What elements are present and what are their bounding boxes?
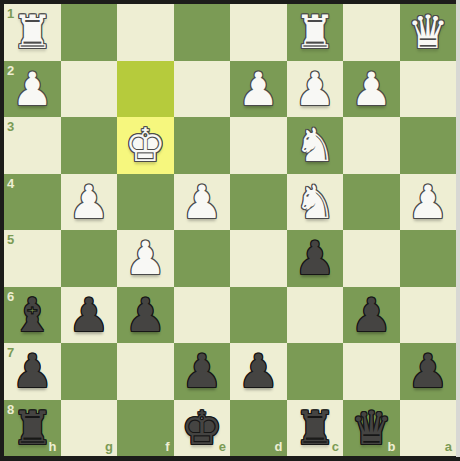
square-g4[interactable]: ♟ <box>61 174 118 231</box>
square-f6[interactable]: ♟ <box>117 287 174 344</box>
file-label-a: a <box>445 440 452 453</box>
square-f4[interactable] <box>117 174 174 231</box>
black-pawn-b6[interactable]: ♟ <box>351 287 392 343</box>
right-edge-strip <box>456 0 460 457</box>
square-b7[interactable] <box>343 343 400 400</box>
square-h5[interactable]: 5 <box>4 230 61 287</box>
square-c2[interactable]: ♟ <box>287 61 344 118</box>
rank-label-1: 1 <box>7 7 14 20</box>
square-f2[interactable] <box>117 61 174 118</box>
black-queen-b8[interactable]: ♛ <box>351 400 392 456</box>
square-e4[interactable]: ♟ <box>174 174 231 231</box>
square-f1[interactable] <box>117 4 174 61</box>
file-label-d: d <box>275 440 283 453</box>
white-queen-a1[interactable]: ♛ <box>407 4 448 60</box>
square-g7[interactable] <box>61 343 118 400</box>
square-a7[interactable]: ♟ <box>400 343 457 400</box>
square-a6[interactable] <box>400 287 457 344</box>
square-g8[interactable]: g <box>61 400 118 457</box>
square-d6[interactable] <box>230 287 287 344</box>
square-e5[interactable] <box>174 230 231 287</box>
white-pawn-h2[interactable]: ♟ <box>12 61 53 117</box>
black-rook-c8[interactable]: ♜ <box>294 400 335 456</box>
white-rook-c1[interactable]: ♜ <box>294 4 335 60</box>
square-b3[interactable] <box>343 117 400 174</box>
square-b8[interactable]: b♛ <box>343 400 400 457</box>
square-b2[interactable]: ♟ <box>343 61 400 118</box>
square-c6[interactable] <box>287 287 344 344</box>
square-a4[interactable]: ♟ <box>400 174 457 231</box>
rank-label-7: 7 <box>7 346 14 359</box>
square-a5[interactable] <box>400 230 457 287</box>
square-e8[interactable]: e♚ <box>174 400 231 457</box>
black-rook-h8[interactable]: ♜ <box>12 400 53 456</box>
square-c5[interactable]: ♟ <box>287 230 344 287</box>
white-pawn-b2[interactable]: ♟ <box>351 61 392 117</box>
file-label-f: f <box>165 440 169 453</box>
white-pawn-d2[interactable]: ♟ <box>238 61 279 117</box>
square-b5[interactable] <box>343 230 400 287</box>
square-g6[interactable]: ♟ <box>61 287 118 344</box>
rank-label-6: 6 <box>7 290 14 303</box>
square-e1[interactable] <box>174 4 231 61</box>
black-pawn-f6[interactable]: ♟ <box>125 287 166 343</box>
square-b6[interactable]: ♟ <box>343 287 400 344</box>
black-pawn-c5[interactable]: ♟ <box>294 230 335 286</box>
white-pawn-c2[interactable]: ♟ <box>294 61 335 117</box>
square-a3[interactable] <box>400 117 457 174</box>
square-f3[interactable]: ♚ <box>117 117 174 174</box>
rank-label-8: 8 <box>7 403 14 416</box>
white-pawn-g4[interactable]: ♟ <box>68 174 109 230</box>
black-pawn-e7[interactable]: ♟ <box>181 343 222 399</box>
square-d5[interactable] <box>230 230 287 287</box>
square-b4[interactable] <box>343 174 400 231</box>
square-h8[interactable]: 8h♜ <box>4 400 61 457</box>
file-label-c: c <box>332 440 339 453</box>
black-king-e8[interactable]: ♚ <box>181 400 222 456</box>
square-c7[interactable] <box>287 343 344 400</box>
file-label-h: h <box>49 440 57 453</box>
square-h1[interactable]: 1♜ <box>4 4 61 61</box>
square-d4[interactable] <box>230 174 287 231</box>
white-king-f3[interactable]: ♚ <box>125 117 166 173</box>
square-d8[interactable]: d <box>230 400 287 457</box>
square-e7[interactable]: ♟ <box>174 343 231 400</box>
square-h3[interactable]: 3 <box>4 117 61 174</box>
file-label-b: b <box>388 440 396 453</box>
rank-label-3: 3 <box>7 120 14 133</box>
square-c4[interactable]: ♞ <box>287 174 344 231</box>
square-g3[interactable] <box>61 117 118 174</box>
file-label-g: g <box>105 440 113 453</box>
square-f7[interactable] <box>117 343 174 400</box>
square-d2[interactable]: ♟ <box>230 61 287 118</box>
square-b1[interactable] <box>343 4 400 61</box>
square-g2[interactable] <box>61 61 118 118</box>
white-knight-c4[interactable]: ♞ <box>294 174 335 230</box>
square-h6[interactable]: 6♝ <box>4 287 61 344</box>
square-h7[interactable]: 7♟ <box>4 343 61 400</box>
rank-label-4: 4 <box>7 177 14 190</box>
square-d3[interactable] <box>230 117 287 174</box>
white-pawn-f5[interactable]: ♟ <box>125 230 166 286</box>
square-f5[interactable]: ♟ <box>117 230 174 287</box>
rank-label-2: 2 <box>7 64 14 77</box>
square-a8[interactable]: a <box>400 400 457 457</box>
rank-label-5: 5 <box>7 233 14 246</box>
black-pawn-a7[interactable]: ♟ <box>407 343 448 399</box>
black-bishop-h6[interactable]: ♝ <box>12 287 53 343</box>
square-g5[interactable] <box>61 230 118 287</box>
square-c3[interactable]: ♞ <box>287 117 344 174</box>
square-d1[interactable] <box>230 4 287 61</box>
square-h2[interactable]: 2♟ <box>4 61 61 118</box>
black-pawn-g6[interactable]: ♟ <box>68 287 109 343</box>
white-knight-c3[interactable]: ♞ <box>294 117 335 173</box>
square-e3[interactable] <box>174 117 231 174</box>
white-rook-h1[interactable]: ♜ <box>12 4 53 60</box>
file-label-e: e <box>219 440 226 453</box>
square-d7[interactable]: ♟ <box>230 343 287 400</box>
square-e2[interactable] <box>174 61 231 118</box>
square-c8[interactable]: c♜ <box>287 400 344 457</box>
square-f8[interactable]: f <box>117 400 174 457</box>
white-pawn-e4[interactable]: ♟ <box>181 174 222 230</box>
black-pawn-d7[interactable]: ♟ <box>238 343 279 399</box>
square-g1[interactable] <box>61 4 118 61</box>
square-c1[interactable]: ♜ <box>287 4 344 61</box>
white-pawn-a4[interactable]: ♟ <box>407 174 448 230</box>
square-e6[interactable] <box>174 287 231 344</box>
square-h4[interactable]: 4 <box>4 174 61 231</box>
chessboard-frame: 1♜♜♛2♟♟♟♟3♚♞4♟♟♞♟5♟♟6♝♟♟♟7♟♟♟♟8h♜gfe♚dc♜… <box>0 0 460 461</box>
square-a2[interactable] <box>400 61 457 118</box>
square-a1[interactable]: ♛ <box>400 4 457 61</box>
chessboard: 1♜♜♛2♟♟♟♟3♚♞4♟♟♞♟5♟♟6♝♟♟♟7♟♟♟♟8h♜gfe♚dc♜… <box>4 4 456 456</box>
black-pawn-h7[interactable]: ♟ <box>12 343 53 399</box>
